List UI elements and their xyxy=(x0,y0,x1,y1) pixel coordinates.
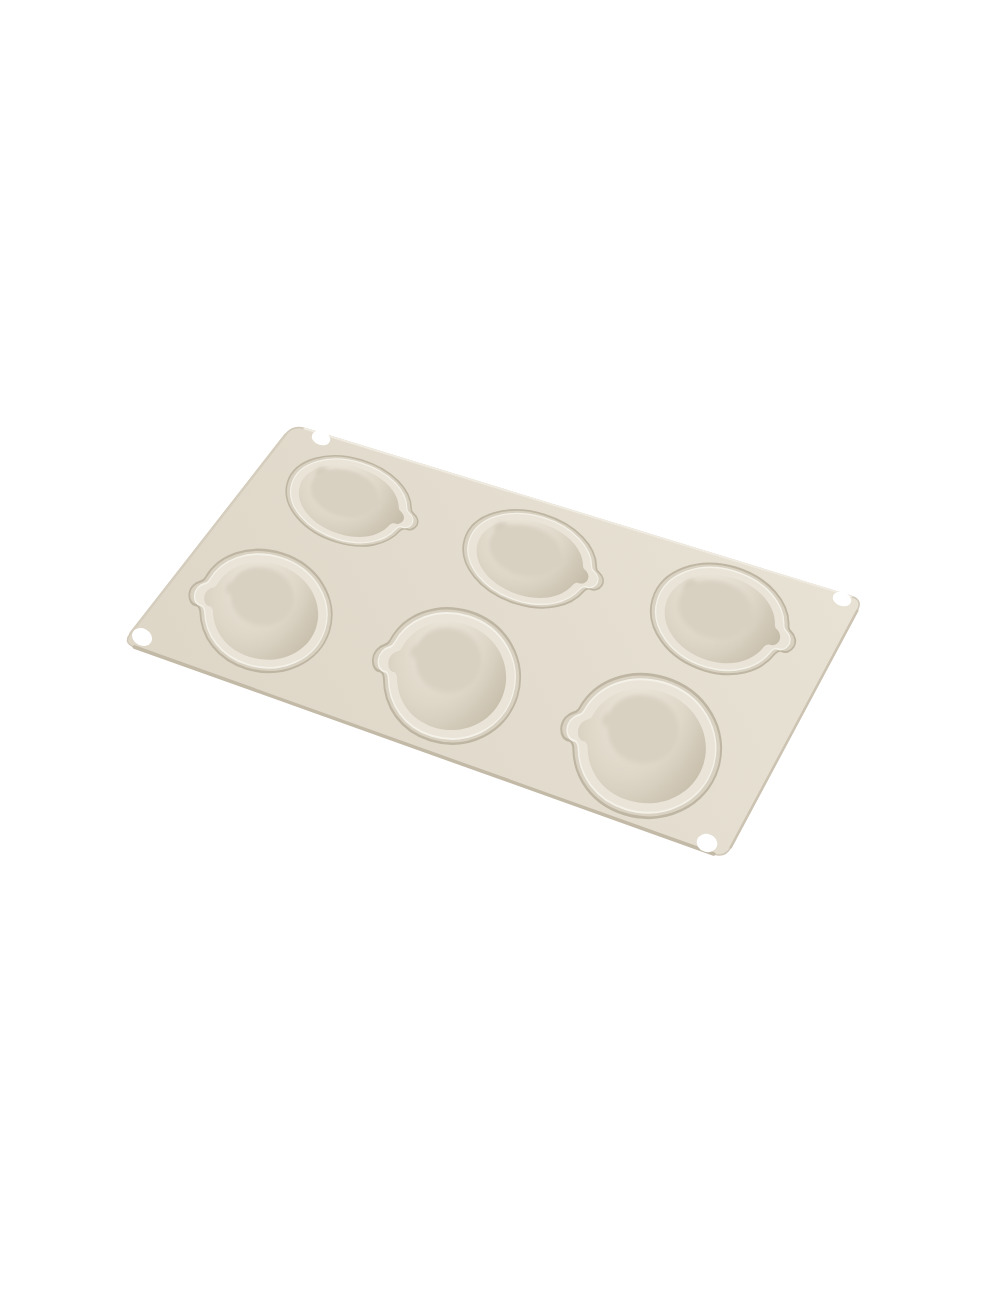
mold-illustration xyxy=(0,0,1000,1300)
product-photo xyxy=(0,0,1000,1300)
